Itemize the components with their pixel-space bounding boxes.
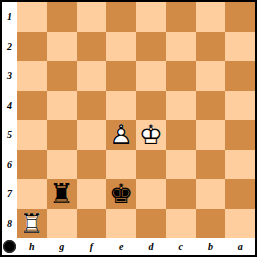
black-rook[interactable]: ♜ [47,179,77,209]
square-e1[interactable] [106,2,136,32]
square-a6[interactable] [225,150,255,180]
file-labels: hgfedcba [17,238,255,255]
square-g4[interactable] [47,91,77,121]
square-g5[interactable] [47,120,77,150]
rank-label-4: 4 [2,91,17,121]
board: ♟♙♚♔♜♚♜♖ [17,2,255,238]
square-c8[interactable] [166,209,196,239]
square-f6[interactable] [77,150,107,180]
square-g8[interactable] [47,209,77,239]
square-d6[interactable] [136,150,166,180]
file-label-h: h [17,238,47,255]
black-king[interactable]: ♚ [106,179,136,209]
square-h2[interactable] [17,32,47,62]
square-b7[interactable] [196,179,226,209]
file-label-a: a [225,238,255,255]
square-b4[interactable] [196,91,226,121]
square-g2[interactable] [47,32,77,62]
square-c3[interactable] [166,61,196,91]
square-e3[interactable] [106,61,136,91]
rank-label-3: 3 [2,61,17,91]
square-f4[interactable] [77,91,107,121]
rank-label-5: 5 [2,120,17,150]
square-h8[interactable]: ♜♖ [17,209,47,239]
white-king[interactable]: ♚♔ [136,120,166,150]
square-f3[interactable] [77,61,107,91]
square-b3[interactable] [196,61,226,91]
square-g1[interactable] [47,2,77,32]
file-label-g: g [47,238,77,255]
square-b5[interactable] [196,120,226,150]
rank-label-6: 6 [2,150,17,180]
square-h1[interactable] [17,2,47,32]
square-f2[interactable] [77,32,107,62]
white-rook[interactable]: ♜♖ [17,209,47,239]
square-f5[interactable] [77,120,107,150]
square-c2[interactable] [166,32,196,62]
square-c4[interactable] [166,91,196,121]
square-c7[interactable] [166,179,196,209]
file-label-b: b [196,238,226,255]
square-f1[interactable] [77,2,107,32]
square-h6[interactable] [17,150,47,180]
square-e4[interactable] [106,91,136,121]
square-c1[interactable] [166,2,196,32]
square-b6[interactable] [196,150,226,180]
square-d1[interactable] [136,2,166,32]
square-a8[interactable] [225,209,255,239]
square-a4[interactable] [225,91,255,121]
square-g6[interactable] [47,150,77,180]
square-d3[interactable] [136,61,166,91]
square-g7[interactable]: ♜ [47,179,77,209]
square-f8[interactable] [77,209,107,239]
square-c6[interactable] [166,150,196,180]
rank-label-2: 2 [2,32,17,62]
file-label-e: e [106,238,136,255]
black-king-glyph: ♚ [109,180,133,207]
square-g3[interactable] [47,61,77,91]
square-c5[interactable] [166,120,196,150]
file-label-c: c [166,238,196,255]
square-b2[interactable] [196,32,226,62]
rank-label-1: 1 [2,2,17,32]
square-d8[interactable] [136,209,166,239]
square-b8[interactable] [196,209,226,239]
square-a1[interactable] [225,2,255,32]
square-d5[interactable]: ♚♔ [136,120,166,150]
white-king-outline: ♔ [139,121,163,148]
square-a5[interactable] [225,120,255,150]
square-f7[interactable] [77,179,107,209]
file-label-f: f [77,238,107,255]
square-h7[interactable] [17,179,47,209]
square-a3[interactable] [225,61,255,91]
rank-label-8: 8 [2,209,17,239]
square-b1[interactable] [196,2,226,32]
side-to-move-indicator [3,240,16,253]
square-e2[interactable] [106,32,136,62]
square-e8[interactable] [106,209,136,239]
square-d7[interactable] [136,179,166,209]
white-pawn[interactable]: ♟♙ [106,120,136,150]
square-e5[interactable]: ♟♙ [106,120,136,150]
rank-label-7: 7 [2,179,17,209]
white-rook-outline: ♖ [20,210,44,237]
square-d4[interactable] [136,91,166,121]
square-a2[interactable] [225,32,255,62]
square-e7[interactable]: ♚ [106,179,136,209]
rank-labels: 12345678 [2,2,17,238]
square-a7[interactable] [225,179,255,209]
square-d2[interactable] [136,32,166,62]
white-pawn-outline: ♙ [109,121,133,148]
square-h3[interactable] [17,61,47,91]
file-label-d: d [136,238,166,255]
square-e6[interactable] [106,150,136,180]
square-h4[interactable] [17,91,47,121]
chess-diagram: ♟♙♚♔♜♚♜♖ 12345678 hgfedcba [0,0,257,257]
square-h5[interactable] [17,120,47,150]
black-rook-glyph: ♜ [50,180,74,207]
